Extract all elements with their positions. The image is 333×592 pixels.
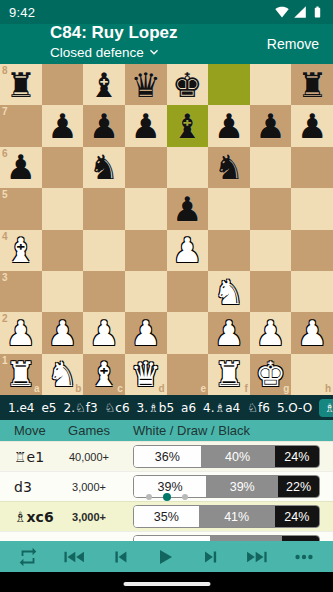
white-piece-f2[interactable]: ♟ [214, 316, 244, 350]
square-a7[interactable]: 7 [0, 105, 42, 146]
row-games: 3,000+ [58, 511, 120, 523]
stats-header: Move Games White / Draw / Black [0, 420, 333, 441]
square-c8[interactable]: ♝ [83, 64, 125, 105]
move-token[interactable]: ♘c6 [105, 401, 130, 415]
system-nav-bar [0, 572, 333, 592]
battery-icon [311, 5, 324, 19]
black-percent: 22% [278, 476, 319, 497]
playback-toolbar [0, 541, 333, 572]
black-piece-f7[interactable]: ♟ [214, 109, 244, 143]
square-h6[interactable] [291, 147, 333, 188]
result-bar: 41%39%20% [133, 535, 320, 541]
page-title: C84: Ruy Lopez [50, 24, 265, 43]
file-label-a: a [34, 384, 40, 394]
square-f7[interactable]: ♟ [208, 105, 250, 146]
current-move[interactable]: ♗e7 [319, 399, 333, 417]
white-percent: 36% [134, 446, 201, 467]
square-g8[interactable] [250, 64, 292, 105]
black-piece-e8[interactable]: ♚ [172, 68, 202, 102]
square-a1[interactable]: 1a♜ [0, 354, 42, 395]
square-h4[interactable] [291, 230, 333, 271]
more-button[interactable] [290, 544, 318, 570]
black-piece-d8[interactable]: ♛ [130, 68, 160, 102]
draw-percent: 41% [199, 506, 275, 527]
square-g1[interactable]: g♚ [250, 354, 292, 395]
home-indicator[interactable] [123, 582, 210, 586]
black-piece-h8[interactable]: ♜ [297, 68, 327, 102]
black-percent: 24% [275, 446, 319, 467]
white-piece-a1[interactable]: ♜ [6, 357, 36, 391]
wifi-icon [275, 5, 289, 19]
move-token[interactable]: 5.O-O [277, 401, 312, 415]
square-h8[interactable]: ♜ [291, 64, 333, 105]
square-a6[interactable]: 6♟ [0, 147, 42, 188]
variation-dropdown[interactable]: Closed defence [50, 44, 265, 64]
file-label-c: c [117, 384, 123, 394]
black-percent: 24% [275, 506, 319, 527]
stats-row-♗xc6[interactable]: ♗xc63,000+35%41%24% [0, 501, 333, 531]
file-label-g: g [283, 384, 289, 394]
white-piece-b2[interactable]: ♟ [47, 316, 77, 350]
square-b3[interactable] [42, 271, 84, 312]
move-token[interactable]: 4.♗a4 [203, 401, 240, 415]
square-h5[interactable] [291, 188, 333, 229]
white-piece-h2[interactable]: ♟ [297, 316, 327, 350]
square-f5[interactable] [208, 188, 250, 229]
file-label-b: b [75, 384, 81, 394]
square-g2[interactable]: ♟ [250, 312, 292, 353]
white-piece-f3[interactable]: ♞ [214, 275, 244, 309]
square-h7[interactable]: ♟ [291, 105, 333, 146]
square-g4[interactable] [250, 230, 292, 271]
square-e4[interactable]: ♟ [167, 230, 209, 271]
black-percent: 20% [282, 536, 319, 541]
square-f8[interactable] [208, 64, 250, 105]
square-g6[interactable] [250, 147, 292, 188]
auto-replay-button[interactable] [15, 544, 41, 570]
page-indicator [146, 493, 188, 501]
column-header-move: Move [14, 423, 58, 438]
white-piece-e4[interactable]: ♟ [172, 233, 202, 267]
draw-percent: 39% [206, 476, 278, 497]
app-screen: 9:42 C84: Ruy Lopez Closed defence Remov… [0, 0, 333, 592]
square-a3[interactable]: 3 [0, 271, 42, 312]
white-piece-a2[interactable]: ♟ [6, 316, 36, 350]
row-games: 40,000+ [58, 451, 120, 463]
skip-to-end-button[interactable] [242, 544, 272, 570]
black-piece-h7[interactable]: ♟ [297, 109, 327, 143]
variation-label: Closed defence [50, 46, 144, 61]
opening-titles: C84: Ruy Lopez Closed defence [50, 24, 265, 64]
black-piece-a8[interactable]: ♜ [6, 68, 36, 102]
square-b1[interactable]: b♞ [42, 354, 84, 395]
pager-dot-active [163, 493, 171, 501]
square-a4[interactable]: 4♝ [0, 230, 42, 271]
square-h3[interactable] [291, 271, 333, 312]
square-d2[interactable]: ♟ [125, 312, 167, 353]
row-move: ♖e1 [14, 449, 58, 465]
column-header-games: Games [58, 423, 120, 438]
cellular-icon [293, 5, 307, 19]
move-token[interactable]: ♘f6 [247, 401, 270, 415]
square-d8[interactable]: ♛ [125, 64, 167, 105]
white-piece-d1[interactable]: ♛ [130, 357, 160, 391]
file-label-e: e [201, 384, 207, 394]
file-label-f: f [244, 384, 247, 394]
square-g7[interactable]: ♟ [250, 105, 292, 146]
app-bar: C84: Ruy Lopez Closed defence Remove [0, 24, 333, 64]
column-header-results: White / Draw / Black [133, 423, 320, 438]
square-e7[interactable]: ♝ [167, 105, 209, 146]
rank-label-3: 3 [2, 273, 8, 283]
white-percent: 41% [134, 536, 210, 541]
move-token[interactable]: a6 [181, 401, 196, 415]
row-games: 1,000+ [58, 541, 120, 542]
remove-button[interactable]: Remove [265, 32, 321, 56]
move-list[interactable]: 1.e4e52.♘f3♘c63.♗b5a64.♗a4♘f65.O-O♗e7 [0, 395, 333, 420]
move-token[interactable]: e5 [41, 401, 56, 415]
white-piece-d2[interactable]: ♟ [130, 316, 160, 350]
black-piece-e7[interactable]: ♝ [172, 109, 202, 143]
square-f3[interactable]: ♞ [208, 271, 250, 312]
square-c3[interactable] [83, 271, 125, 312]
square-a5[interactable]: 5 [0, 188, 42, 229]
square-g5[interactable] [250, 188, 292, 229]
square-a2[interactable]: 2♟ [0, 312, 42, 353]
row-move: ♗xc6 [14, 509, 58, 525]
row-move: ♕e2 [14, 539, 58, 542]
white-percent: 35% [134, 506, 199, 527]
row-games: 3,000+ [58, 481, 120, 493]
square-a8[interactable]: 8♜ [0, 64, 42, 105]
black-piece-f6[interactable]: ♞ [214, 150, 244, 184]
step-back-button[interactable] [107, 544, 133, 570]
move-token[interactable]: 1.e4 [8, 401, 34, 415]
square-f4[interactable] [208, 230, 250, 271]
step-forward-button[interactable] [198, 544, 224, 570]
square-c4[interactable] [83, 230, 125, 271]
status-bar: 9:42 [0, 0, 333, 24]
white-piece-c1[interactable]: ♝ [89, 357, 119, 391]
square-f1[interactable]: f♜ [208, 354, 250, 395]
square-e6[interactable] [167, 147, 209, 188]
white-piece-b1[interactable]: ♞ [47, 357, 77, 391]
move-token[interactable]: 3.♗b5 [137, 401, 174, 415]
black-piece-c7[interactable]: ♟ [89, 109, 119, 143]
rank-label-2: 2 [2, 314, 8, 324]
draw-percent: 39% [210, 536, 282, 541]
black-piece-c8[interactable]: ♝ [89, 68, 119, 102]
square-c5[interactable] [83, 188, 125, 229]
result-bar: 35%41%24% [133, 505, 320, 528]
square-h1[interactable]: h [291, 354, 333, 395]
square-b7[interactable]: ♟ [42, 105, 84, 146]
stats-row-♕e2[interactable]: ♕e21,000+41%39%20% [0, 531, 333, 541]
square-f6[interactable]: ♞ [208, 147, 250, 188]
chevron-down-icon [146, 44, 162, 64]
square-b5[interactable] [42, 188, 84, 229]
square-d6[interactable] [125, 147, 167, 188]
play-button[interactable] [151, 543, 179, 571]
square-b4[interactable] [42, 230, 84, 271]
file-label-d: d [158, 384, 164, 394]
white-piece-c2[interactable]: ♟ [89, 316, 119, 350]
square-d1[interactable]: d♛ [125, 354, 167, 395]
black-piece-g7[interactable]: ♟ [255, 109, 285, 143]
square-e3[interactable] [167, 271, 209, 312]
square-d7[interactable]: ♟ [125, 105, 167, 146]
white-piece-f1[interactable]: ♜ [214, 357, 244, 391]
black-piece-b7[interactable]: ♟ [47, 109, 77, 143]
skip-to-start-button[interactable] [59, 544, 89, 570]
clock: 9:42 [9, 5, 35, 20]
square-g3[interactable] [250, 271, 292, 312]
rank-label-7: 7 [2, 107, 8, 117]
file-label-h: h [325, 384, 331, 394]
square-e5[interactable]: ♟ [167, 188, 209, 229]
row-move: d3 [14, 479, 58, 495]
black-piece-c6[interactable]: ♞ [89, 150, 119, 184]
status-icons [275, 5, 324, 19]
square-b6[interactable] [42, 147, 84, 188]
square-f2[interactable]: ♟ [208, 312, 250, 353]
square-h2[interactable]: ♟ [291, 312, 333, 353]
square-d3[interactable] [125, 271, 167, 312]
square-d5[interactable] [125, 188, 167, 229]
square-e8[interactable]: ♚ [167, 64, 209, 105]
square-e1[interactable]: e [167, 354, 209, 395]
pager-dot [146, 494, 152, 500]
pager-dot [182, 494, 188, 500]
white-piece-g2[interactable]: ♟ [255, 316, 285, 350]
rank-label-6: 6 [2, 149, 8, 159]
square-c7[interactable]: ♟ [83, 105, 125, 146]
rank-label-4: 4 [2, 232, 8, 242]
black-piece-e5[interactable]: ♟ [172, 192, 202, 226]
result-bar: 36%40%24% [133, 445, 320, 468]
square-c2[interactable]: ♟ [83, 312, 125, 353]
white-piece-a4[interactable]: ♝ [6, 233, 36, 267]
square-b8[interactable] [42, 64, 84, 105]
black-piece-a6[interactable]: ♟ [6, 150, 36, 184]
square-c1[interactable]: c♝ [83, 354, 125, 395]
draw-percent: 40% [201, 446, 275, 467]
chess-board[interactable]: 8♜♝♛♚♜7♟♟♟♝♟♟♟6♟♞♞5♟4♝♟3♞2♟♟♟♟♟♟♟1a♜b♞c♝… [0, 64, 333, 395]
stats-rows: ♖e140,000+36%40%24%d33,000+39%39%22%♗xc6… [0, 441, 333, 541]
rank-label-5: 5 [2, 190, 8, 200]
black-piece-d7[interactable]: ♟ [130, 109, 160, 143]
square-b2[interactable]: ♟ [42, 312, 84, 353]
move-token[interactable]: 2.♘f3 [64, 401, 98, 415]
rank-label-8: 8 [2, 66, 8, 76]
square-d4[interactable] [125, 230, 167, 271]
square-e2[interactable] [167, 312, 209, 353]
square-c6[interactable]: ♞ [83, 147, 125, 188]
stats-row-♖e1[interactable]: ♖e140,000+36%40%24% [0, 441, 333, 471]
rank-label-1: 1 [2, 356, 8, 366]
white-piece-g1[interactable]: ♚ [255, 357, 285, 391]
